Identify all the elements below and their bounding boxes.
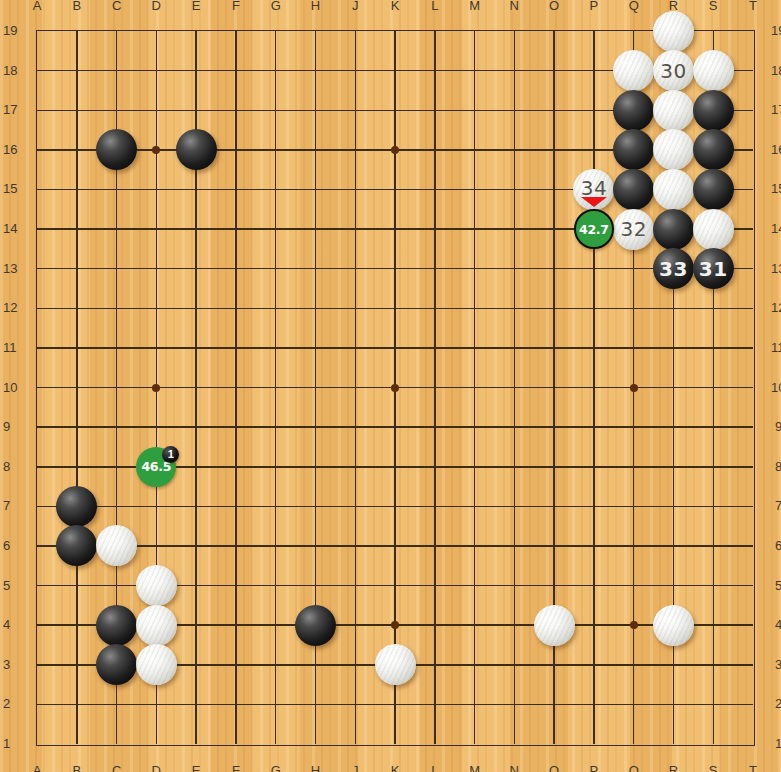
stone-black[interactable] bbox=[96, 605, 137, 646]
grid-line-horizontal bbox=[37, 308, 753, 310]
coord-label-left: 7 bbox=[3, 498, 33, 514]
stone-black[interactable] bbox=[653, 209, 694, 250]
coord-label-top: K bbox=[381, 0, 409, 14]
coord-label-right: 11 bbox=[771, 340, 781, 356]
coord-label-bottom: O bbox=[540, 763, 568, 772]
coord-label-bottom: H bbox=[301, 763, 329, 772]
coord-label-right: 6 bbox=[775, 538, 781, 554]
coord-label-left: 8 bbox=[3, 459, 33, 475]
move-number: 32 bbox=[620, 217, 646, 241]
stone-black[interactable] bbox=[693, 129, 734, 170]
coord-label-top: C bbox=[103, 0, 131, 14]
coord-label-right: 5 bbox=[775, 578, 781, 594]
stone-white[interactable] bbox=[136, 644, 177, 685]
coord-label-top: B bbox=[63, 0, 91, 14]
stone-black[interactable] bbox=[693, 90, 734, 131]
stone-black[interactable]: 31 bbox=[693, 248, 734, 289]
star-point bbox=[391, 384, 399, 392]
suggestion-circle[interactable]: 42.7 bbox=[574, 209, 614, 249]
suggestion-circle[interactable]: 46.51 bbox=[136, 447, 176, 487]
coord-label-right: 13 bbox=[771, 261, 781, 277]
coord-label-left: 15 bbox=[3, 181, 33, 197]
coord-label-left: 6 bbox=[3, 538, 33, 554]
coord-label-right: 17 bbox=[771, 102, 781, 118]
star-point bbox=[630, 384, 638, 392]
coord-label-left: 14 bbox=[3, 221, 33, 237]
stone-white[interactable] bbox=[653, 169, 694, 210]
coord-label-left: 2 bbox=[3, 696, 33, 712]
coord-label-right: 16 bbox=[771, 142, 781, 158]
coord-label-bottom: P bbox=[580, 763, 608, 772]
coord-label-right: 3 bbox=[775, 657, 781, 673]
coord-label-left: 9 bbox=[3, 419, 33, 435]
stone-white[interactable] bbox=[136, 565, 177, 606]
stone-black[interactable] bbox=[176, 129, 217, 170]
coord-label-right: 8 bbox=[775, 459, 781, 475]
stone-white[interactable] bbox=[613, 50, 654, 91]
coord-label-bottom: E bbox=[182, 763, 210, 772]
coord-label-left: 10 bbox=[3, 380, 33, 396]
stone-white[interactable] bbox=[693, 50, 734, 91]
coord-label-top: A bbox=[23, 0, 51, 14]
stone-white[interactable] bbox=[693, 209, 734, 250]
star-point bbox=[152, 384, 160, 392]
coord-label-left: 19 bbox=[3, 23, 33, 39]
coord-label-left: 11 bbox=[3, 340, 33, 356]
coord-label-right: 19 bbox=[771, 23, 781, 39]
coord-label-top: T bbox=[739, 0, 767, 14]
coord-label-left: 3 bbox=[3, 657, 33, 673]
star-point bbox=[630, 621, 638, 629]
coord-label-right: 14 bbox=[771, 221, 781, 237]
coord-label-bottom: F bbox=[222, 763, 250, 772]
coord-label-right: 15 bbox=[771, 181, 781, 197]
stone-white[interactable] bbox=[375, 644, 416, 685]
coord-label-right: 12 bbox=[771, 300, 781, 316]
coord-label-bottom: M bbox=[461, 763, 489, 772]
stone-black[interactable] bbox=[56, 486, 97, 527]
coord-label-top: L bbox=[421, 0, 449, 14]
coord-label-bottom: Q bbox=[620, 763, 648, 772]
coord-label-bottom: T bbox=[739, 763, 767, 772]
winrate-label: 42.7 bbox=[579, 222, 609, 237]
coord-label-left: 17 bbox=[3, 102, 33, 118]
stone-black[interactable] bbox=[613, 90, 654, 131]
coord-label-left: 5 bbox=[3, 578, 33, 594]
coord-label-bottom: C bbox=[103, 763, 131, 772]
coord-label-left: 4 bbox=[3, 617, 33, 633]
coord-label-bottom: A bbox=[23, 763, 51, 772]
grid-line-horizontal bbox=[37, 426, 753, 428]
coord-label-bottom: S bbox=[699, 763, 727, 772]
coord-label-top: Q bbox=[620, 0, 648, 14]
coord-label-top: O bbox=[540, 0, 568, 14]
coord-label-right: 7 bbox=[775, 498, 781, 514]
coord-label-left: 13 bbox=[3, 261, 33, 277]
coord-label-top: E bbox=[182, 0, 210, 14]
coord-label-left: 1 bbox=[3, 736, 33, 752]
coord-label-top: J bbox=[341, 0, 369, 14]
goban-board[interactable]: AABBCCDDEEFFGGHHJJKKLLMMNNOOPPQQRRSSTT19… bbox=[0, 0, 781, 772]
stone-black[interactable] bbox=[613, 169, 654, 210]
coord-label-top: S bbox=[699, 0, 727, 14]
coord-label-bottom: G bbox=[262, 763, 290, 772]
coord-label-top: N bbox=[500, 0, 528, 14]
coord-label-left: 18 bbox=[3, 63, 33, 79]
coord-label-right: 4 bbox=[775, 617, 781, 633]
stone-white[interactable] bbox=[653, 129, 694, 170]
stone-black[interactable]: 33 bbox=[653, 248, 694, 289]
stone-black[interactable] bbox=[295, 605, 336, 646]
coord-label-top: H bbox=[301, 0, 329, 14]
move-number: 31 bbox=[699, 257, 728, 281]
move-number: 30 bbox=[660, 59, 686, 83]
coord-label-bottom: L bbox=[421, 763, 449, 772]
stone-black[interactable] bbox=[693, 169, 734, 210]
stone-white[interactable] bbox=[534, 605, 575, 646]
coord-label-left: 12 bbox=[3, 300, 33, 316]
coord-label-top: F bbox=[222, 0, 250, 14]
coord-label-right: 10 bbox=[771, 380, 781, 396]
stone-white[interactable]: 34 bbox=[573, 169, 614, 210]
coord-label-top: G bbox=[262, 0, 290, 14]
move-number: 33 bbox=[659, 257, 688, 281]
coord-label-right: 18 bbox=[771, 63, 781, 79]
coord-label-top: D bbox=[142, 0, 170, 14]
coord-label-left: 16 bbox=[3, 142, 33, 158]
grid-line-horizontal bbox=[37, 268, 753, 270]
coord-label-bottom: D bbox=[142, 763, 170, 772]
last-move-marker-icon bbox=[581, 197, 607, 207]
stone-white[interactable]: 32 bbox=[613, 209, 654, 250]
stone-white[interactable] bbox=[653, 605, 694, 646]
grid-line-horizontal bbox=[37, 704, 753, 706]
grid-line-horizontal bbox=[37, 347, 753, 349]
coord-label-bottom: J bbox=[341, 763, 369, 772]
coord-label-bottom: N bbox=[500, 763, 528, 772]
coord-label-right: 9 bbox=[775, 419, 781, 435]
coord-label-top: M bbox=[461, 0, 489, 14]
coord-label-right: 1 bbox=[775, 736, 781, 752]
stone-white[interactable] bbox=[136, 605, 177, 646]
stone-white[interactable] bbox=[653, 90, 694, 131]
stone-white[interactable]: 30 bbox=[653, 50, 694, 91]
coord-label-bottom: B bbox=[63, 763, 91, 772]
grid-line-horizontal bbox=[37, 545, 753, 547]
rank-badge: 1 bbox=[162, 446, 179, 463]
star-point bbox=[391, 146, 399, 154]
grid-line-horizontal bbox=[37, 506, 753, 508]
stone-white[interactable] bbox=[653, 11, 694, 52]
coord-label-bottom: R bbox=[659, 763, 687, 772]
coord-label-top: P bbox=[580, 0, 608, 14]
coord-label-right: 2 bbox=[775, 696, 781, 712]
coord-label-bottom: K bbox=[381, 763, 409, 772]
